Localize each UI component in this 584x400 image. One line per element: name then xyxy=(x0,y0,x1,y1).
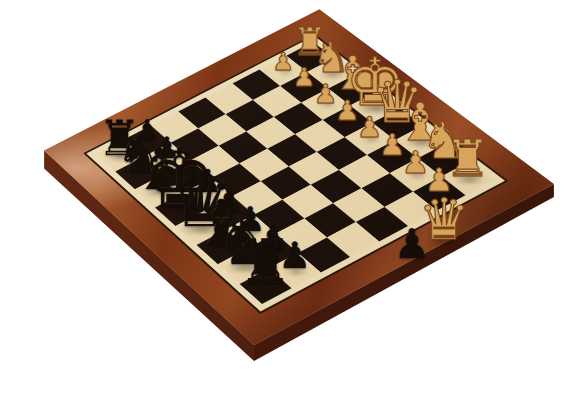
chessboard: ♜♟♞♟♝♟♚♟♛♟♟♝♜♟♟♞♞♟♟♜♝♟♟♚♟♛♟♛♝♟♟♞♟♜ xyxy=(0,0,584,400)
black-rook-h8[interactable]: ♜ xyxy=(238,232,293,294)
white-pawn-c2[interactable]: ♟ xyxy=(314,81,338,107)
aside-black-pawn[interactable]: ♟ xyxy=(394,224,431,265)
chess-set-photo: ♜♟♞♟♝♟♚♟♛♟♟♝♜♟♟♞♞♟♟♜♝♟♟♚♟♛♟♛♝♟♟♞♟♜ xyxy=(0,0,584,400)
white-pawn-a2[interactable]: ♟ xyxy=(272,50,294,74)
white-pawn-b2[interactable]: ♟ xyxy=(293,65,316,90)
